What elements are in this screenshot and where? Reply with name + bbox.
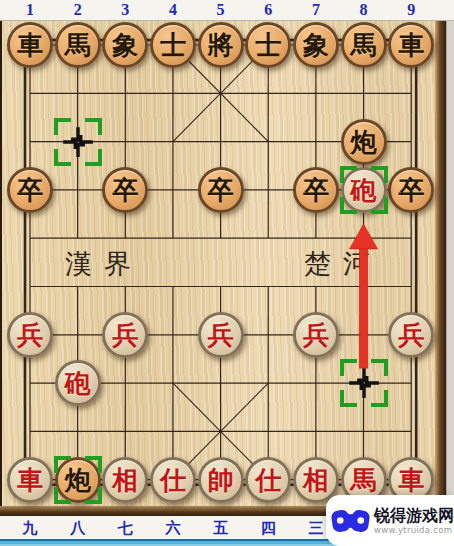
piece-red-r9c1[interactable]: 車 bbox=[7, 457, 53, 503]
piece-glyph: 車 bbox=[398, 467, 424, 493]
piece-black-r3c9[interactable]: 卒 bbox=[388, 167, 434, 213]
piece-glyph: 相 bbox=[112, 467, 138, 493]
piece-black-r2c8[interactable]: 炮 bbox=[341, 119, 387, 165]
piece-glyph: 仕 bbox=[160, 467, 186, 493]
file-label-bottom-4: 六 bbox=[161, 519, 185, 537]
piece-black-r0c7[interactable]: 象 bbox=[293, 22, 339, 68]
piece-black-r0c3[interactable]: 象 bbox=[102, 22, 148, 68]
piece-glyph: 象 bbox=[112, 32, 138, 58]
piece-glyph: 帥 bbox=[208, 467, 234, 493]
scrollbar-track[interactable] bbox=[446, 0, 454, 546]
piece-black-r0c9[interactable]: 車 bbox=[388, 22, 434, 68]
piece-red-r6c7[interactable]: 兵 bbox=[293, 312, 339, 358]
file-label-top-1: 1 bbox=[18, 1, 42, 19]
piece-glyph: 將 bbox=[208, 32, 234, 58]
piece-glyph: 馬 bbox=[351, 32, 377, 58]
file-label-bottom-3: 七 bbox=[113, 519, 137, 537]
piece-red-r6c1[interactable]: 兵 bbox=[7, 312, 53, 358]
board-edge-right bbox=[435, 20, 446, 507]
file-label-top-3: 3 bbox=[113, 1, 137, 19]
piece-glyph: 兵 bbox=[303, 322, 329, 348]
piece-glyph: 卒 bbox=[112, 177, 138, 203]
piece-black-r3c7[interactable]: 卒 bbox=[293, 167, 339, 213]
piece-black-r0c5[interactable]: 將 bbox=[198, 22, 244, 68]
piece-red-r9c5[interactable]: 帥 bbox=[198, 457, 244, 503]
river-label-left: 漢界 bbox=[44, 246, 164, 282]
piece-black-r3c3[interactable]: 卒 bbox=[102, 167, 148, 213]
piece-black-r3c5[interactable]: 卒 bbox=[198, 167, 244, 213]
gamepad-icon bbox=[331, 507, 370, 535]
piece-black-r9c2[interactable]: 炮 bbox=[55, 457, 101, 503]
file-label-bottom-7: 三 bbox=[304, 519, 328, 537]
piece-glyph: 卒 bbox=[17, 177, 43, 203]
piece-red-r6c5[interactable]: 兵 bbox=[198, 312, 244, 358]
piece-glyph: 炮 bbox=[65, 467, 91, 493]
piece-glyph: 卒 bbox=[208, 177, 234, 203]
file-label-bottom-6: 四 bbox=[256, 519, 280, 537]
piece-glyph: 兵 bbox=[208, 322, 234, 348]
piece-red-r9c7[interactable]: 相 bbox=[293, 457, 339, 503]
piece-black-r0c2[interactable]: 馬 bbox=[55, 22, 101, 68]
file-label-bottom-1: 九 bbox=[18, 519, 42, 537]
file-label-bottom-2: 八 bbox=[66, 519, 90, 537]
river-label-right: 楚河 bbox=[283, 246, 403, 282]
piece-glyph: 車 bbox=[17, 467, 43, 493]
piece-glyph: 馬 bbox=[351, 467, 377, 493]
piece-black-r0c4[interactable]: 士 bbox=[150, 22, 196, 68]
file-label-top-5: 5 bbox=[209, 1, 233, 19]
piece-black-r0c6[interactable]: 士 bbox=[245, 22, 291, 68]
piece-glyph: 車 bbox=[398, 32, 424, 58]
top-coordinate-strip: 123456789 bbox=[0, 0, 454, 21]
piece-glyph: 砲 bbox=[351, 177, 377, 203]
piece-glyph: 士 bbox=[255, 32, 281, 58]
xiangqi-app-window: 漢界 楚河 車馬象士將士象馬車炮卒卒卒卒卒砲兵兵兵兵兵砲車炮相仕帥仕相馬車 12… bbox=[0, 0, 454, 546]
file-label-top-7: 7 bbox=[304, 1, 328, 19]
piece-glyph: 兵 bbox=[112, 322, 138, 348]
piece-black-r0c8[interactable]: 馬 bbox=[341, 22, 387, 68]
piece-red-r9c6[interactable]: 仕 bbox=[245, 457, 291, 503]
file-label-top-8: 8 bbox=[352, 1, 376, 19]
piece-glyph: 車 bbox=[17, 32, 43, 58]
piece-black-r0c1[interactable]: 車 bbox=[7, 22, 53, 68]
piece-glyph: 卒 bbox=[303, 177, 329, 203]
piece-black-r3c1[interactable]: 卒 bbox=[7, 167, 53, 213]
piece-glyph: 兵 bbox=[17, 322, 43, 348]
piece-glyph: 象 bbox=[303, 32, 329, 58]
file-label-bottom-5: 五 bbox=[209, 519, 233, 537]
file-label-top-2: 2 bbox=[66, 1, 90, 19]
piece-red-r3c8[interactable]: 砲 bbox=[341, 167, 387, 213]
piece-red-r6c3[interactable]: 兵 bbox=[102, 312, 148, 358]
file-label-top-9: 9 bbox=[399, 1, 423, 19]
watermark-site-url: www.ytruida.com bbox=[374, 525, 454, 535]
piece-glyph: 士 bbox=[160, 32, 186, 58]
piece-glyph: 炮 bbox=[351, 129, 377, 155]
piece-glyph: 兵 bbox=[398, 322, 424, 348]
file-label-top-4: 4 bbox=[161, 1, 185, 19]
piece-red-r9c3[interactable]: 相 bbox=[102, 457, 148, 503]
watermark-site-name: 锐得游戏网 bbox=[374, 507, 454, 525]
piece-glyph: 砲 bbox=[65, 370, 91, 396]
file-label-top-6: 6 bbox=[256, 1, 280, 19]
piece-glyph: 卒 bbox=[398, 177, 424, 203]
piece-glyph: 馬 bbox=[65, 32, 91, 58]
piece-red-r6c9[interactable]: 兵 bbox=[388, 312, 434, 358]
piece-glyph: 相 bbox=[303, 467, 329, 493]
piece-red-r7c2[interactable]: 砲 bbox=[55, 360, 101, 406]
watermark-badge: 锐得游戏网 www.ytruida.com bbox=[326, 495, 454, 546]
piece-glyph: 仕 bbox=[255, 467, 281, 493]
piece-red-r9c4[interactable]: 仕 bbox=[150, 457, 196, 503]
